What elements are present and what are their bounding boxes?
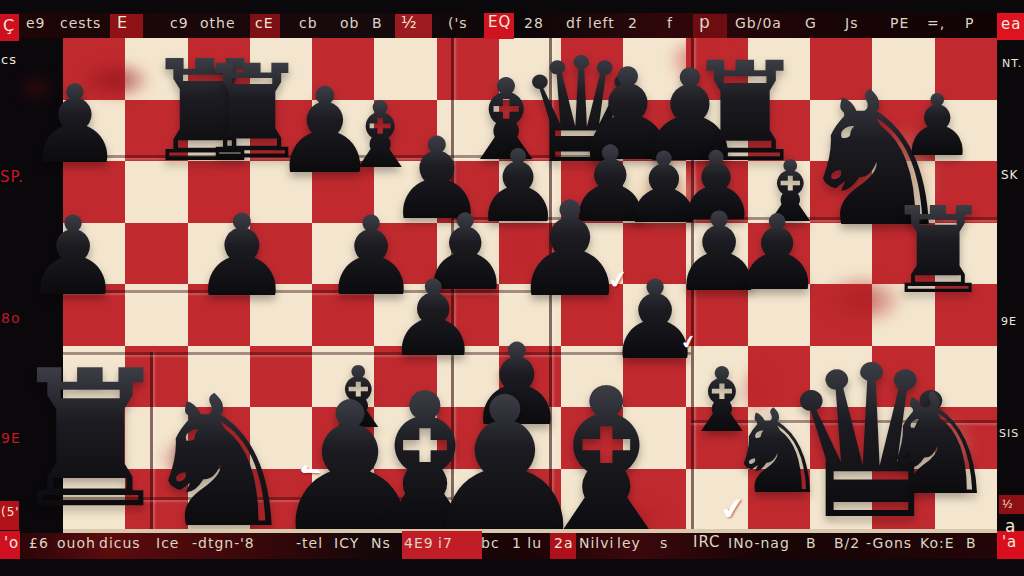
border-glyph-text-left: cs bbox=[1, 53, 17, 66]
border-glyph-text-left: 8o bbox=[1, 311, 20, 325]
border-glyph-text-top: E bbox=[117, 15, 128, 31]
border-glyph-text-bottom: 'o bbox=[4, 536, 19, 551]
border-glyph-text-left: 9E bbox=[1, 431, 21, 445]
border-glyph-text-top: Js bbox=[845, 16, 858, 30]
border-glyph-text-top: EQ bbox=[488, 15, 511, 30]
border-glyph-text-bottom: £6 bbox=[29, 536, 49, 550]
border-glyph-text-top: ½ bbox=[401, 15, 418, 31]
border-glyph-text-bottom: Ns bbox=[371, 536, 391, 550]
border-glyph-text-bottom: 1 lu bbox=[512, 536, 542, 550]
border-glyph-text-left: Ç bbox=[3, 18, 15, 34]
border-glyph-text-left: (5' bbox=[1, 506, 20, 518]
border-glyph-text-bottom: INo-nag bbox=[728, 536, 790, 550]
border-glyph-text-right: a bbox=[1005, 518, 1016, 535]
border-glyph-text-top: e9 bbox=[26, 16, 46, 30]
border-glyph-text-left: SP. bbox=[0, 170, 24, 185]
border-glyph-text-bottom: 2a bbox=[554, 536, 574, 550]
border-glyph-text-top: ('s bbox=[448, 16, 468, 30]
border-glyph-text-bottom: -Gons bbox=[866, 536, 912, 550]
border-glyph-text-top: ob bbox=[340, 16, 359, 30]
border-glyph-text-bottom: -tel bbox=[296, 536, 323, 550]
border-glyph-text-bottom: ouoh bbox=[57, 536, 96, 550]
border-glyph-text-bottom: 'a bbox=[1002, 535, 1017, 550]
chess-piece-rook[interactable]: ♜ bbox=[885, 192, 992, 311]
chess-piece-knight[interactable]: ♞ bbox=[874, 375, 1000, 515]
border-glyph-text-right: 9E bbox=[1001, 316, 1017, 327]
border-glyph-text-bottom: IRC bbox=[693, 535, 721, 550]
border-glyph-text-bottom: B/2 bbox=[834, 536, 860, 550]
border-glyph-text-top: =, bbox=[927, 16, 945, 30]
border-glyph-text-top: p bbox=[699, 14, 711, 31]
chess-piece-pawn[interactable]: ♟ bbox=[27, 71, 124, 179]
border-glyph-text-top: othe bbox=[200, 16, 236, 30]
border-glyph-text-right: ½ bbox=[1002, 499, 1014, 510]
border-glyph-text-top: 2 bbox=[628, 16, 638, 30]
border-glyph-text-top: P bbox=[965, 16, 974, 30]
border-glyph-text-bottom: ICY bbox=[334, 536, 359, 550]
border-glyph-text-bottom: s bbox=[660, 536, 668, 550]
chess-collage-stage: ♟♜♜♟♝♟♝♛♟♟♜♞♟♟♟♟♟♟♟♟♝♟♟♟♟♜♟♟♜♞♝♟♝♟♟♝♝♞♛♞… bbox=[0, 0, 1024, 576]
border-glyph-text-top: Gb/0a bbox=[735, 16, 782, 30]
border-glyph-text-right: SIS bbox=[999, 428, 1019, 439]
border-glyph-text-bottom: Ice bbox=[156, 536, 179, 550]
border-glyph-text-top: left bbox=[588, 16, 615, 30]
border-glyph-text-top: f bbox=[667, 16, 673, 30]
border-glyph-text-bottom: i7 bbox=[438, 536, 453, 550]
border-glyph-text-right: NT. bbox=[1002, 58, 1022, 69]
border-glyph-text-bottom: '8 bbox=[240, 536, 255, 550]
chess-piece-pawn[interactable]: ♟ bbox=[24, 202, 122, 311]
border-glyph-text-top: cE bbox=[255, 16, 274, 30]
check-mark: ✔ bbox=[606, 266, 630, 293]
border-glyph-text-bottom: B bbox=[806, 536, 817, 550]
border-glyph-text-top: B bbox=[372, 16, 383, 30]
border-glyph-text-bottom: bc bbox=[481, 536, 500, 550]
border-glyph-text-top: 28 bbox=[524, 16, 544, 30]
border-glyph-text-bottom: ley bbox=[617, 536, 641, 550]
chess-piece-pawn[interactable]: ♟ bbox=[730, 201, 823, 305]
board-square[interactable] bbox=[125, 223, 187, 285]
border-glyph-text-top: cb bbox=[299, 16, 318, 30]
border-glyph-text-bottom: dicus bbox=[99, 536, 141, 550]
border-glyph-text-bottom: Ko:E bbox=[920, 536, 955, 550]
border-glyph-text-bottom: Nilvi bbox=[579, 536, 614, 550]
border-glyph-text-top: df bbox=[566, 16, 582, 30]
border-glyph-text-top: cests bbox=[60, 16, 101, 30]
border-glyph-text-top: G bbox=[805, 16, 817, 30]
border-glyph-text-top: PE bbox=[890, 16, 909, 30]
chess-piece-pawn[interactable]: ♟ bbox=[191, 200, 292, 313]
border-glyph-text-bottom: 4E9 bbox=[404, 536, 434, 550]
border-glyph-text-right: SK bbox=[1001, 169, 1019, 181]
border-glyph-text-bottom: B bbox=[966, 536, 977, 550]
chess-piece-pawn[interactable]: ♟ bbox=[899, 83, 975, 168]
border-glyph-text-top: c9 bbox=[170, 16, 189, 30]
border-glyph-text-bottom: -dtgn- bbox=[192, 536, 240, 550]
check-mark: ✔ bbox=[718, 492, 747, 525]
border-glyph-text-top: ea bbox=[1001, 17, 1021, 32]
